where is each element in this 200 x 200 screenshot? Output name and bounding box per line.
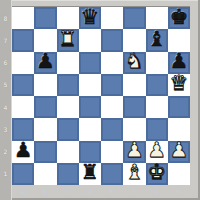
file-label-c: C (57, 186, 79, 196)
square-e6[interactable] (101, 52, 123, 74)
rank-label-8: 8 (0, 7, 11, 29)
square-a5[interactable] (12, 74, 34, 96)
piece-white-pawn[interactable]: ♟ (147, 140, 166, 161)
square-f1[interactable]: ♝ (123, 163, 145, 185)
rank-label-7: 7 (0, 29, 11, 51)
square-h4[interactable] (168, 96, 190, 118)
square-e3[interactable] (101, 118, 123, 140)
piece-black-pawn[interactable]: ♟ (36, 51, 55, 72)
file-label-strip: ABCDEFGH (12, 186, 190, 196)
square-a4[interactable] (12, 96, 34, 118)
piece-white-rook[interactable]: ♜ (58, 29, 77, 50)
square-b5[interactable] (34, 74, 56, 96)
square-b1[interactable] (34, 163, 56, 185)
square-g1[interactable]: ♚ (146, 163, 168, 185)
square-b3[interactable] (34, 118, 56, 140)
square-b2[interactable] (34, 141, 56, 163)
square-e5[interactable] (101, 74, 123, 96)
square-h2[interactable]: ♟ (168, 141, 190, 163)
file-label-b: B (34, 186, 56, 196)
square-f6[interactable]: ♞ (123, 52, 145, 74)
square-a8[interactable] (12, 7, 34, 29)
square-d5[interactable] (79, 74, 101, 96)
square-e7[interactable] (101, 29, 123, 51)
square-d1[interactable]: ♜ (79, 163, 101, 185)
square-d4[interactable] (79, 96, 101, 118)
piece-black-pawn[interactable]: ♟ (14, 140, 33, 161)
piece-black-queen[interactable]: ♛ (80, 7, 99, 28)
square-d6[interactable] (79, 52, 101, 74)
square-a2[interactable]: ♟ (12, 141, 34, 163)
square-f4[interactable] (123, 96, 145, 118)
rank-label-6: 6 (0, 52, 11, 74)
piece-white-king[interactable]: ♚ (147, 162, 166, 183)
square-a6[interactable] (12, 52, 34, 74)
rank-label-1: 1 (0, 163, 11, 185)
square-g7[interactable]: ♝ (146, 29, 168, 51)
square-b4[interactable] (34, 96, 56, 118)
piece-white-pawn[interactable]: ♟ (125, 140, 144, 161)
square-f8[interactable] (123, 7, 145, 29)
square-h5[interactable]: ♛ (168, 74, 190, 96)
square-a7[interactable] (12, 29, 34, 51)
piece-black-bishop[interactable]: ♝ (147, 29, 166, 50)
square-d8[interactable]: ♛ (79, 7, 101, 29)
square-e2[interactable] (101, 141, 123, 163)
file-label-g: G (146, 186, 168, 196)
square-e8[interactable] (101, 7, 123, 29)
square-g5[interactable] (146, 74, 168, 96)
piece-white-bishop[interactable]: ♝ (125, 162, 144, 183)
square-a1[interactable] (12, 163, 34, 185)
file-label-h: H (168, 186, 190, 196)
square-h8[interactable]: ♚ (168, 7, 190, 29)
square-c5[interactable] (57, 74, 79, 96)
rank-label-2: 2 (0, 141, 11, 163)
square-e4[interactable] (101, 96, 123, 118)
piece-black-king[interactable]: ♚ (169, 7, 188, 28)
file-label-d: D (79, 186, 101, 196)
piece-white-pawn[interactable]: ♟ (169, 140, 188, 161)
square-b6[interactable]: ♟ (34, 52, 56, 74)
file-label-a: A (12, 186, 34, 196)
square-c3[interactable] (57, 118, 79, 140)
square-d3[interactable] (79, 118, 101, 140)
square-c7[interactable]: ♜ (57, 29, 79, 51)
square-b8[interactable] (34, 7, 56, 29)
rank-label-5: 5 (0, 74, 11, 96)
square-g6[interactable] (146, 52, 168, 74)
square-c6[interactable] (57, 52, 79, 74)
square-c2[interactable] (57, 141, 79, 163)
rank-label-strip: 87654321 (0, 0, 12, 200)
square-g4[interactable] (146, 96, 168, 118)
square-d7[interactable] (79, 29, 101, 51)
piece-black-pawn[interactable]: ♟ (169, 51, 188, 72)
file-label-f: F (123, 186, 145, 196)
rank-label-3: 3 (0, 118, 11, 140)
piece-white-queen[interactable]: ♛ (169, 73, 188, 94)
piece-black-rook[interactable]: ♜ (80, 162, 99, 183)
rank-label-4: 4 (0, 96, 11, 118)
diagram-page: 87654321 ♛♚♜♝♟♞♟♛♟♟♟♟♜♝♚ ABCDEFGH (0, 0, 200, 200)
piece-white-knight[interactable]: ♞ (125, 51, 144, 72)
chess-board: ♛♚♜♝♟♞♟♛♟♟♟♟♜♝♚ (12, 7, 190, 185)
square-h1[interactable] (168, 163, 190, 185)
square-c4[interactable] (57, 96, 79, 118)
square-f5[interactable] (123, 74, 145, 96)
square-c1[interactable] (57, 163, 79, 185)
square-e1[interactable] (101, 163, 123, 185)
file-label-e: E (101, 186, 123, 196)
